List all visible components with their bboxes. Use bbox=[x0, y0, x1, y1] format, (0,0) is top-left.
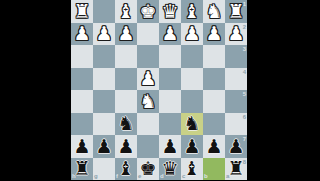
white-pawn[interactable]: ♟ bbox=[137, 68, 159, 91]
square-f8[interactable]: ♝f bbox=[115, 158, 137, 181]
square-d3[interactable] bbox=[159, 45, 181, 68]
square-g6[interactable] bbox=[93, 113, 115, 136]
white-bishop[interactable]: ♝ bbox=[181, 0, 203, 23]
square-d6[interactable] bbox=[159, 113, 181, 136]
square-e2[interactable] bbox=[137, 23, 159, 46]
square-h7[interactable]: ♟ bbox=[71, 135, 93, 158]
rank-label-5: 5 bbox=[243, 91, 246, 97]
square-a7[interactable]: ♟7 bbox=[225, 135, 247, 158]
file-label-f: f bbox=[116, 173, 118, 179]
file-label-c: c bbox=[182, 173, 185, 179]
rank-label-3: 3 bbox=[243, 46, 246, 52]
square-a3[interactable]: 3 bbox=[225, 45, 247, 68]
square-c2[interactable]: ♟ bbox=[181, 23, 203, 46]
square-a4[interactable]: 4 bbox=[225, 68, 247, 91]
square-d7[interactable]: ♟ bbox=[159, 135, 181, 158]
square-e5[interactable]: ♞ bbox=[137, 90, 159, 113]
square-g5[interactable] bbox=[93, 90, 115, 113]
square-h5[interactable] bbox=[71, 90, 93, 113]
white-queen[interactable]: ♛ bbox=[159, 0, 181, 23]
app-screen: ♜♝♚♛♝♞♜1♟♟♟♟♟♟♟23♟4♞5♞♞6♟♟♟♟♟♟♟7♜hg♝f♚e♛… bbox=[0, 0, 320, 180]
chess-board: ♜♝♚♛♝♞♜1♟♟♟♟♟♟♟23♟4♞5♞♞6♟♟♟♟♟♟♟7♜hg♝f♚e♛… bbox=[71, 0, 247, 180]
rank-label-2: 2 bbox=[243, 24, 246, 30]
square-d5[interactable] bbox=[159, 90, 181, 113]
square-b4[interactable] bbox=[203, 68, 225, 91]
square-g8[interactable]: g bbox=[93, 158, 115, 181]
square-h8[interactable]: ♜h bbox=[71, 158, 93, 181]
square-f1[interactable]: ♝ bbox=[115, 0, 137, 23]
square-c5[interactable] bbox=[181, 90, 203, 113]
square-b7[interactable]: ♟ bbox=[203, 135, 225, 158]
square-g1[interactable] bbox=[93, 0, 115, 23]
white-bishop[interactable]: ♝ bbox=[115, 0, 137, 23]
rank-label-8: 8 bbox=[243, 159, 246, 165]
square-c6[interactable]: ♞ bbox=[181, 113, 203, 136]
white-pawn[interactable]: ♟ bbox=[93, 23, 115, 46]
square-b2[interactable]: ♟ bbox=[203, 23, 225, 46]
square-e6[interactable] bbox=[137, 113, 159, 136]
rank-label-6: 6 bbox=[243, 114, 246, 120]
white-pawn[interactable]: ♟ bbox=[203, 23, 225, 46]
rank-label-4: 4 bbox=[243, 69, 246, 75]
square-f2[interactable]: ♟ bbox=[115, 23, 137, 46]
square-b6[interactable] bbox=[203, 113, 225, 136]
file-label-h: h bbox=[72, 173, 76, 179]
square-a5[interactable]: 5 bbox=[225, 90, 247, 113]
square-h2[interactable]: ♟ bbox=[71, 23, 93, 46]
square-f6[interactable]: ♞ bbox=[115, 113, 137, 136]
square-a6[interactable]: 6 bbox=[225, 113, 247, 136]
black-pawn[interactable]: ♟ bbox=[159, 135, 181, 158]
square-b5[interactable] bbox=[203, 90, 225, 113]
square-c4[interactable] bbox=[181, 68, 203, 91]
square-d4[interactable] bbox=[159, 68, 181, 91]
square-f5[interactable] bbox=[115, 90, 137, 113]
black-pawn[interactable]: ♟ bbox=[71, 135, 93, 158]
white-pawn[interactable]: ♟ bbox=[159, 23, 181, 46]
black-bishop[interactable]: ♝ bbox=[115, 158, 137, 181]
square-d1[interactable]: ♛ bbox=[159, 0, 181, 23]
square-c8[interactable]: ♝c bbox=[181, 158, 203, 181]
square-c1[interactable]: ♝ bbox=[181, 0, 203, 23]
square-h6[interactable] bbox=[71, 113, 93, 136]
square-a1[interactable]: ♜1 bbox=[225, 0, 247, 23]
square-a8[interactable]: ♜8a bbox=[225, 158, 247, 181]
square-f3[interactable] bbox=[115, 45, 137, 68]
black-pawn[interactable]: ♟ bbox=[93, 135, 115, 158]
black-knight[interactable]: ♞ bbox=[115, 113, 137, 136]
square-c3[interactable] bbox=[181, 45, 203, 68]
white-pawn[interactable]: ♟ bbox=[181, 23, 203, 46]
black-pawn[interactable]: ♟ bbox=[115, 135, 137, 158]
black-pawn[interactable]: ♟ bbox=[203, 135, 225, 158]
file-label-b: b bbox=[204, 173, 208, 179]
square-f7[interactable]: ♟ bbox=[115, 135, 137, 158]
rank-label-1: 1 bbox=[243, 1, 246, 7]
square-g7[interactable]: ♟ bbox=[93, 135, 115, 158]
square-g4[interactable] bbox=[93, 68, 115, 91]
white-knight[interactable]: ♞ bbox=[203, 0, 225, 23]
square-e3[interactable] bbox=[137, 45, 159, 68]
black-knight[interactable]: ♞ bbox=[181, 113, 203, 136]
white-knight[interactable]: ♞ bbox=[137, 90, 159, 113]
square-h3[interactable] bbox=[71, 45, 93, 68]
square-f4[interactable] bbox=[115, 68, 137, 91]
file-label-e: e bbox=[138, 173, 141, 179]
square-g2[interactable]: ♟ bbox=[93, 23, 115, 46]
square-e4[interactable]: ♟ bbox=[137, 68, 159, 91]
file-label-d: d bbox=[160, 173, 164, 179]
square-h1[interactable]: ♜ bbox=[71, 0, 93, 23]
square-a2[interactable]: ♟2 bbox=[225, 23, 247, 46]
black-pawn[interactable]: ♟ bbox=[181, 135, 203, 158]
file-label-a: a bbox=[226, 173, 229, 179]
square-b1[interactable]: ♞ bbox=[203, 0, 225, 23]
square-h4[interactable] bbox=[71, 68, 93, 91]
square-e1[interactable]: ♚ bbox=[137, 0, 159, 23]
square-d8[interactable]: ♛d bbox=[159, 158, 181, 181]
square-b8[interactable]: b bbox=[203, 158, 225, 181]
square-c7[interactable]: ♟ bbox=[181, 135, 203, 158]
file-label-g: g bbox=[94, 173, 98, 179]
white-king[interactable]: ♚ bbox=[137, 0, 159, 23]
square-e8[interactable]: ♚e bbox=[137, 158, 159, 181]
white-pawn[interactable]: ♟ bbox=[115, 23, 137, 46]
white-pawn[interactable]: ♟ bbox=[71, 23, 93, 46]
square-e7[interactable] bbox=[137, 135, 159, 158]
square-b3[interactable] bbox=[203, 45, 225, 68]
rank-label-7: 7 bbox=[243, 136, 246, 142]
square-d2[interactable]: ♟ bbox=[159, 23, 181, 46]
white-rook[interactable]: ♜ bbox=[71, 0, 93, 23]
square-g3[interactable] bbox=[93, 45, 115, 68]
